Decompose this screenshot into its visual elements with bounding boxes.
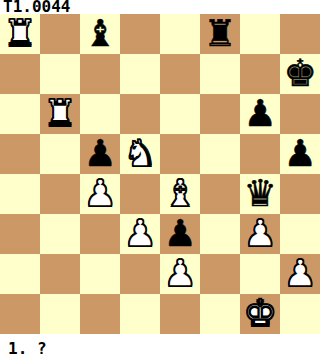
square-g4[interactable]: ♛ xyxy=(240,174,280,214)
piece-white-pawn[interactable]: ♟ xyxy=(283,254,316,294)
square-g2[interactable] xyxy=(240,254,280,294)
square-a2[interactable] xyxy=(0,254,40,294)
square-b5[interactable] xyxy=(40,134,80,174)
square-b4[interactable] xyxy=(40,174,80,214)
square-f1[interactable] xyxy=(200,294,240,334)
puzzle-id: T1.0044 xyxy=(0,0,320,14)
square-h7[interactable]: ♚ xyxy=(280,54,320,94)
piece-black-pawn[interactable]: ♟ xyxy=(243,94,276,134)
square-e7[interactable] xyxy=(160,54,200,94)
square-b2[interactable] xyxy=(40,254,80,294)
square-f8[interactable]: ♜ xyxy=(200,14,240,54)
square-f4[interactable] xyxy=(200,174,240,214)
square-a7[interactable] xyxy=(0,54,40,94)
square-d6[interactable] xyxy=(120,94,160,134)
square-c5[interactable]: ♟ xyxy=(80,134,120,174)
square-g5[interactable] xyxy=(240,134,280,174)
piece-white-bishop[interactable]: ♝ xyxy=(163,174,196,214)
square-c1[interactable] xyxy=(80,294,120,334)
square-g3[interactable]: ♟ xyxy=(240,214,280,254)
piece-white-knight[interactable]: ♞ xyxy=(123,134,156,174)
piece-white-pawn[interactable]: ♟ xyxy=(83,174,116,214)
square-d2[interactable] xyxy=(120,254,160,294)
square-d8[interactable] xyxy=(120,14,160,54)
square-f6[interactable] xyxy=(200,94,240,134)
square-a4[interactable] xyxy=(0,174,40,214)
move-prompt: 1. ? xyxy=(0,339,320,358)
square-e3[interactable]: ♟ xyxy=(160,214,200,254)
square-b6[interactable]: ♜ xyxy=(40,94,80,134)
piece-white-king[interactable]: ♚ xyxy=(243,294,276,334)
square-h1[interactable] xyxy=(280,294,320,334)
square-e4[interactable]: ♝ xyxy=(160,174,200,214)
square-d7[interactable] xyxy=(120,54,160,94)
square-b3[interactable] xyxy=(40,214,80,254)
piece-black-king[interactable]: ♚ xyxy=(283,54,316,94)
square-h4[interactable] xyxy=(280,174,320,214)
square-e6[interactable] xyxy=(160,94,200,134)
square-b8[interactable] xyxy=(40,14,80,54)
piece-black-queen[interactable]: ♛ xyxy=(243,174,276,214)
square-f3[interactable] xyxy=(200,214,240,254)
square-c6[interactable] xyxy=(80,94,120,134)
square-h5[interactable]: ♟ xyxy=(280,134,320,174)
square-c7[interactable] xyxy=(80,54,120,94)
square-d3[interactable]: ♟ xyxy=(120,214,160,254)
square-e1[interactable] xyxy=(160,294,200,334)
piece-white-rook[interactable]: ♜ xyxy=(3,14,36,54)
piece-white-rook[interactable]: ♜ xyxy=(43,94,76,134)
square-f2[interactable] xyxy=(200,254,240,294)
piece-black-pawn[interactable]: ♟ xyxy=(283,134,316,174)
square-g8[interactable] xyxy=(240,14,280,54)
square-h3[interactable] xyxy=(280,214,320,254)
piece-black-pawn[interactable]: ♟ xyxy=(83,134,116,174)
square-b1[interactable] xyxy=(40,294,80,334)
piece-white-pawn[interactable]: ♟ xyxy=(163,254,196,294)
piece-white-pawn[interactable]: ♟ xyxy=(123,214,156,254)
square-b7[interactable] xyxy=(40,54,80,94)
square-a8[interactable]: ♜ xyxy=(0,14,40,54)
square-h2[interactable]: ♟ xyxy=(280,254,320,294)
piece-black-bishop[interactable]: ♝ xyxy=(83,14,116,54)
square-h8[interactable] xyxy=(280,14,320,54)
square-e5[interactable] xyxy=(160,134,200,174)
square-c2[interactable] xyxy=(80,254,120,294)
square-f7[interactable] xyxy=(200,54,240,94)
square-a1[interactable] xyxy=(0,294,40,334)
square-g6[interactable]: ♟ xyxy=(240,94,280,134)
square-g1[interactable]: ♚ xyxy=(240,294,280,334)
square-c3[interactable] xyxy=(80,214,120,254)
square-a3[interactable] xyxy=(0,214,40,254)
square-g7[interactable] xyxy=(240,54,280,94)
piece-white-pawn[interactable]: ♟ xyxy=(243,214,276,254)
piece-black-pawn[interactable]: ♟ xyxy=(163,214,196,254)
square-h6[interactable] xyxy=(280,94,320,134)
piece-black-rook[interactable]: ♜ xyxy=(203,14,236,54)
square-d4[interactable] xyxy=(120,174,160,214)
square-d1[interactable] xyxy=(120,294,160,334)
square-e8[interactable] xyxy=(160,14,200,54)
square-a5[interactable] xyxy=(0,134,40,174)
square-d5[interactable]: ♞ xyxy=(120,134,160,174)
square-f5[interactable] xyxy=(200,134,240,174)
square-c4[interactable]: ♟ xyxy=(80,174,120,214)
square-a6[interactable] xyxy=(0,94,40,134)
square-e2[interactable]: ♟ xyxy=(160,254,200,294)
chess-board: ♜♝♜♚♜♟♟♞♟♟♝♛♟♟♟♟♟♚ xyxy=(0,14,320,334)
chess-puzzle-page: T1.0044 ♜♝♜♚♜♟♟♞♟♟♝♛♟♟♟♟♟♚ 1. ? xyxy=(0,0,320,360)
square-c8[interactable]: ♝ xyxy=(80,14,120,54)
